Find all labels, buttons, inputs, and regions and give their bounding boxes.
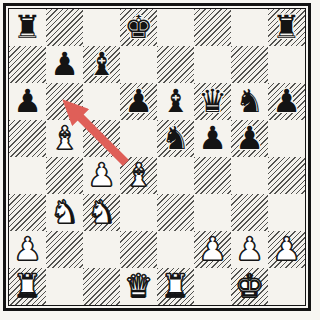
square-f8 <box>194 9 231 46</box>
square-d1: ♛ <box>120 268 157 305</box>
square-e4 <box>157 157 194 194</box>
square-a6: ♟ <box>9 83 46 120</box>
square-g2: ♟ <box>231 231 268 268</box>
square-h6: ♟ <box>268 83 305 120</box>
square-a5 <box>9 120 46 157</box>
square-e7 <box>157 46 194 83</box>
square-c5 <box>83 120 120 157</box>
square-f1 <box>194 268 231 305</box>
piece-white-queen-d1: ♛ <box>120 268 157 305</box>
square-c7: ♝ <box>83 46 120 83</box>
square-c2 <box>83 231 120 268</box>
square-f4 <box>194 157 231 194</box>
piece-black-pawn-b7: ♟ <box>46 46 83 83</box>
square-b8 <box>46 9 83 46</box>
piece-black-queen-f6: ♛ <box>194 83 231 120</box>
square-d2 <box>120 231 157 268</box>
square-f2: ♟ <box>194 231 231 268</box>
square-b1 <box>46 268 83 305</box>
square-b3: ♞ <box>46 194 83 231</box>
square-c4: ♟ <box>83 157 120 194</box>
square-e2 <box>157 231 194 268</box>
square-d5 <box>120 120 157 157</box>
square-a4 <box>9 157 46 194</box>
piece-black-bishop-c7: ♝ <box>83 46 120 83</box>
square-h8: ♜ <box>268 9 305 46</box>
piece-black-rook-a8: ♜ <box>9 9 46 46</box>
piece-white-bishop-d4: ♝ <box>120 157 157 194</box>
square-h3 <box>268 194 305 231</box>
piece-white-pawn-g2: ♟ <box>231 231 268 268</box>
square-c8 <box>83 9 120 46</box>
piece-white-knight-b3: ♞ <box>46 194 83 231</box>
square-e3 <box>157 194 194 231</box>
square-h1 <box>268 268 305 305</box>
piece-white-rook-e1: ♜ <box>157 268 194 305</box>
square-f5: ♟ <box>194 120 231 157</box>
chess-board-frame: ♜♚♜♟♝♟♟♝♛♞♟♝♞♟♟♟♝♞♞♟♟♟♟♜♛♜♚ <box>3 3 311 311</box>
square-d3 <box>120 194 157 231</box>
square-b5: ♝ <box>46 120 83 157</box>
square-g6: ♞ <box>231 83 268 120</box>
piece-black-pawn-f5: ♟ <box>194 120 231 157</box>
square-f7 <box>194 46 231 83</box>
square-a1: ♜ <box>9 268 46 305</box>
piece-black-pawn-h6: ♟ <box>268 83 305 120</box>
square-b4 <box>46 157 83 194</box>
square-b6 <box>46 83 83 120</box>
piece-white-pawn-c4: ♟ <box>83 157 120 194</box>
square-h4 <box>268 157 305 194</box>
piece-white-king-g1: ♚ <box>231 268 268 305</box>
piece-black-knight-g6: ♞ <box>231 83 268 120</box>
square-g7 <box>231 46 268 83</box>
square-e8 <box>157 9 194 46</box>
piece-black-pawn-d6: ♟ <box>120 83 157 120</box>
piece-black-rook-h8: ♜ <box>268 9 305 46</box>
square-e1: ♜ <box>157 268 194 305</box>
square-g8 <box>231 9 268 46</box>
square-a7 <box>9 46 46 83</box>
square-d7 <box>120 46 157 83</box>
square-f3 <box>194 194 231 231</box>
square-g3 <box>231 194 268 231</box>
square-d6: ♟ <box>120 83 157 120</box>
piece-white-rook-a1: ♜ <box>9 268 46 305</box>
square-f6: ♛ <box>194 83 231 120</box>
square-d8: ♚ <box>120 9 157 46</box>
piece-black-knight-e5: ♞ <box>157 120 194 157</box>
square-g4 <box>231 157 268 194</box>
square-c1 <box>83 268 120 305</box>
square-a8: ♜ <box>9 9 46 46</box>
piece-black-bishop-e6: ♝ <box>157 83 194 120</box>
piece-black-king-d8: ♚ <box>120 9 157 46</box>
square-c3: ♞ <box>83 194 120 231</box>
piece-white-pawn-h2: ♟ <box>268 231 305 268</box>
square-a3 <box>9 194 46 231</box>
piece-white-pawn-f2: ♟ <box>194 231 231 268</box>
square-d4: ♝ <box>120 157 157 194</box>
piece-black-pawn-a6: ♟ <box>9 83 46 120</box>
square-g5: ♟ <box>231 120 268 157</box>
square-b2 <box>46 231 83 268</box>
square-c6 <box>83 83 120 120</box>
chess-board: ♜♚♜♟♝♟♟♝♛♞♟♝♞♟♟♟♝♞♞♟♟♟♟♜♛♜♚ <box>8 8 306 306</box>
piece-white-knight-c3: ♞ <box>83 194 120 231</box>
piece-white-pawn-a2: ♟ <box>9 231 46 268</box>
board-grid: ♜♚♜♟♝♟♟♝♛♞♟♝♞♟♟♟♝♞♞♟♟♟♟♜♛♜♚ <box>9 9 305 305</box>
piece-white-bishop-b5: ♝ <box>46 120 83 157</box>
square-g1: ♚ <box>231 268 268 305</box>
square-h5 <box>268 120 305 157</box>
square-e5: ♞ <box>157 120 194 157</box>
square-e6: ♝ <box>157 83 194 120</box>
square-a2: ♟ <box>9 231 46 268</box>
piece-black-pawn-g5: ♟ <box>231 120 268 157</box>
square-b7: ♟ <box>46 46 83 83</box>
square-h7 <box>268 46 305 83</box>
square-h2: ♟ <box>268 231 305 268</box>
